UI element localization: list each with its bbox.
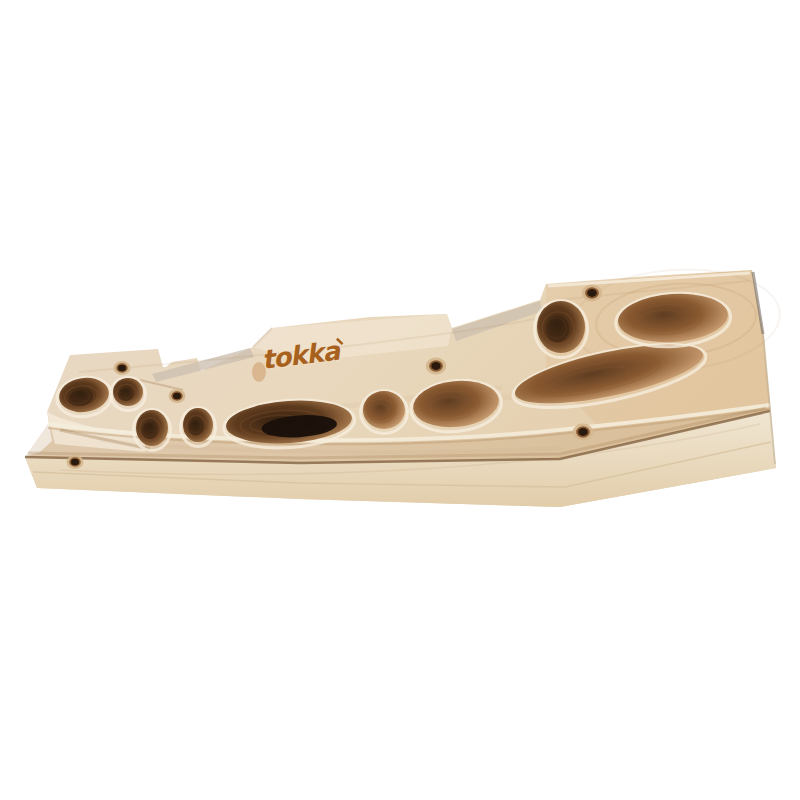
screw-hole-rail-left [67, 455, 84, 469]
screw-hole-tab-top [114, 361, 131, 375]
hangboard-photo: tokka tokka [0, 0, 800, 800]
pocket-top-right-round [535, 301, 588, 358]
pocket-left-tab-round [111, 378, 146, 411]
screw-hole-top-right [582, 285, 602, 302]
pocket-mid-round-1 [134, 410, 171, 451]
screw-hole-lower-right [573, 424, 593, 441]
product-photo-canvas: tokka tokka [0, 0, 800, 800]
screw-hole-mid-center [426, 358, 446, 375]
screw-hole-mid-left [169, 389, 186, 403]
pocket-mid-round-3 [361, 391, 408, 434]
pocket-mid-round-2 [181, 408, 216, 447]
